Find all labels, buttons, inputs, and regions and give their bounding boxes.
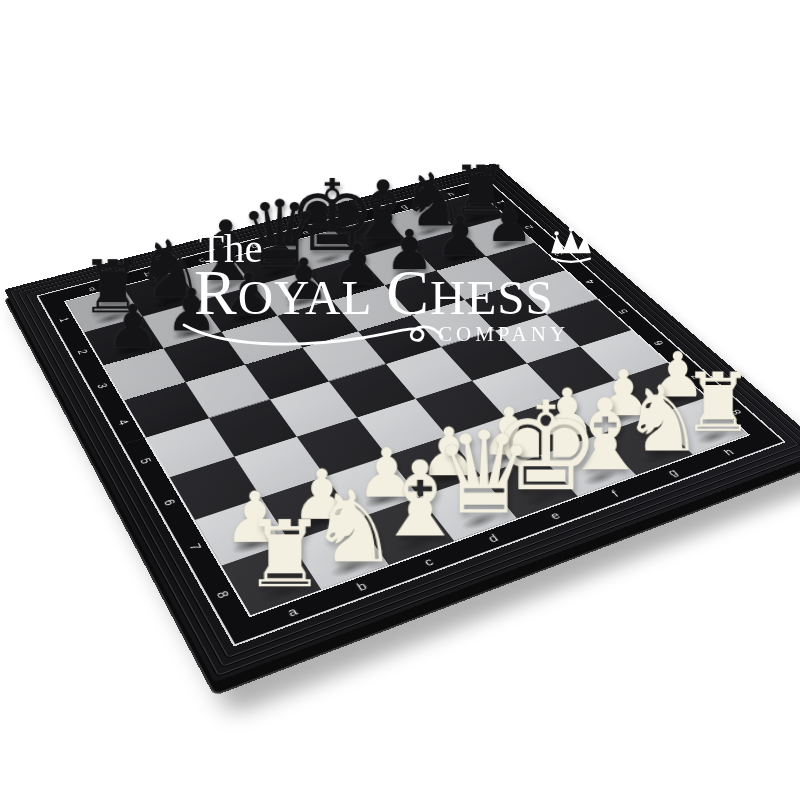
black-pawn: ♟ xyxy=(485,198,533,247)
black-pawn: ♟ xyxy=(435,211,484,261)
white-rook: ♜ xyxy=(243,513,326,598)
chess-board: abcdefgh abcdefgh 12345678 12345678 ♜♞♝♛… xyxy=(4,163,800,682)
black-pawn: ♟ xyxy=(278,253,329,305)
black-pawn: ♟ xyxy=(384,225,434,276)
black-pawn: ♟ xyxy=(106,299,159,354)
black-pawn: ♟ xyxy=(222,268,274,321)
board-face: abcdefgh abcdefgh 12345678 12345678 ♜♞♝♛… xyxy=(4,163,800,682)
black-pawn: ♟ xyxy=(332,239,382,291)
black-pawn: ♟ xyxy=(165,283,218,337)
product-photo-scene: abcdefgh abcdefgh 12345678 12345678 ♜♞♝♛… xyxy=(0,0,800,800)
